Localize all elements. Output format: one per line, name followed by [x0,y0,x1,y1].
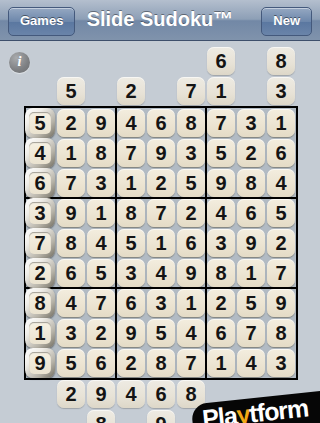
grid-tile-r8c9[interactable]: 8 [267,319,295,347]
tile-digit: 9 [34,352,45,375]
grid-tile-r4c5[interactable]: 7 [147,199,175,227]
grid-tile-r9c5[interactable]: 8 [147,349,175,377]
tile-digit: 6 [34,172,45,195]
grid-tile-r5c2[interactable]: 8 [57,229,85,257]
grid-tile-r9c4[interactable]: 2 [117,349,145,377]
overflow-tile-below-c3[interactable]: 9 [87,380,115,408]
grid-tile-r4c9[interactable]: 5 [267,199,295,227]
overflow-tile-below-c3[interactable]: 8 [87,410,115,423]
grid-tile-r6c9[interactable]: 7 [267,259,295,287]
overflow-tile-below-c5[interactable]: 9 [147,410,175,423]
tile-digit: 1 [34,322,45,345]
tile-digit: 8 [34,292,45,315]
grid-tile-r2c8[interactable]: 2 [237,139,265,167]
grid-tile-r5c9[interactable]: 2 [267,229,295,257]
app-screen: Games Slide Sudoku™ New i 52946873141879… [0,0,320,423]
grid-tile-r5c8[interactable]: 9 [237,229,265,257]
overflow-tile-above-c9[interactable]: 8 [267,47,295,75]
overflow-tile-above-c7[interactable]: 1 [207,77,235,105]
grid-tile-r4c6[interactable]: 2 [177,199,205,227]
grid-tile-r6c2[interactable]: 6 [57,259,85,287]
overflow-tile-above-c2[interactable]: 5 [57,77,85,105]
grid-tile-r6c3[interactable]: 5 [87,259,115,287]
grid-tile-r6c8[interactable]: 1 [237,259,265,287]
grid-tile-r4c3[interactable]: 1 [87,199,115,227]
overflow-tile-above-c9[interactable]: 3 [267,77,295,105]
grid-tile-r1c7[interactable]: 7 [207,109,235,137]
grid-tile-r5c6[interactable]: 6 [177,229,205,257]
grid-tile-r3c5[interactable]: 2 [147,169,175,197]
board: 5294687314187935266731259843918724657845… [0,0,320,423]
watermark-text-pre: Pla [201,401,238,423]
grid-tile-r9c3[interactable]: 6 [87,349,115,377]
grid-tile-r1c6[interactable]: 8 [177,109,205,137]
grid-tile-r7c2[interactable]: 4 [57,289,85,317]
grid-tile-r2c3[interactable]: 8 [87,139,115,167]
overflow-tile-above-c7[interactable]: 6 [207,47,235,75]
grid-tile-r8c7[interactable]: 6 [207,319,235,347]
grid-tile-r9c7[interactable]: 1 [207,349,235,377]
grid-tile-r2c9[interactable]: 6 [267,139,295,167]
grid-tile-r3c3[interactable]: 3 [87,169,115,197]
grid-tile-r1c9[interactable]: 1 [267,109,295,137]
grid-tile-r3c7[interactable]: 9 [207,169,235,197]
box-divider-vertical-1 [115,106,117,380]
tile-digit: 3 [34,202,45,225]
grid-tile-r9c9[interactable]: 3 [267,349,295,377]
grid-tile-r3c9[interactable]: 4 [267,169,295,197]
fixed-tile-r6[interactable]: 2 [25,258,55,288]
grid-tile-r9c2[interactable]: 5 [57,349,85,377]
grid-tile-r1c5[interactable]: 6 [147,109,175,137]
grid-tile-r6c6[interactable]: 9 [177,259,205,287]
grid-tile-r4c8[interactable]: 6 [237,199,265,227]
grid-tile-r2c2[interactable]: 1 [57,139,85,167]
fixed-tile-r8[interactable]: 1 [25,318,55,348]
grid-tile-r3c6[interactable]: 5 [177,169,205,197]
fixed-tile-r1[interactable]: 5 [25,108,55,138]
grid-tile-r6c5[interactable]: 4 [147,259,175,287]
box-divider-horizontal-1 [24,197,298,199]
grid-tile-r2c7[interactable]: 5 [207,139,235,167]
grid-tile-r4c7[interactable]: 4 [207,199,235,227]
overflow-tile-below-c5[interactable]: 6 [147,380,175,408]
grid-tile-r7c9[interactable]: 9 [267,289,295,317]
grid-tile-r1c4[interactable]: 4 [117,109,145,137]
overflow-tile-above-c6[interactable]: 7 [177,77,205,105]
grid-tile-r7c7[interactable]: 2 [207,289,235,317]
overflow-tile-below-c2[interactable]: 2 [57,380,85,408]
fixed-tile-r3[interactable]: 6 [25,168,55,198]
tile-digit: 7 [34,232,45,255]
grid-tile-r1c2[interactable]: 2 [57,109,85,137]
grid-tile-r6c4[interactable]: 3 [117,259,145,287]
grid-tile-r5c7[interactable]: 3 [207,229,235,257]
fixed-tile-r2[interactable]: 4 [25,138,55,168]
fixed-tile-r5[interactable]: 7 [25,228,55,258]
grid-tile-r7c3[interactable]: 7 [87,289,115,317]
grid-tile-r8c8[interactable]: 7 [237,319,265,347]
grid-tile-r5c5[interactable]: 1 [147,229,175,257]
grid-tile-r4c4[interactable]: 8 [117,199,145,227]
grid-tile-r5c4[interactable]: 5 [117,229,145,257]
fixed-tile-r4[interactable]: 3 [25,198,55,228]
fixed-tile-r9[interactable]: 9 [25,348,55,378]
box-divider-vertical-2 [205,106,207,380]
tile-digit: 4 [34,142,45,165]
grid-tile-r3c8[interactable]: 8 [237,169,265,197]
watermark-text-post: tform [248,393,309,423]
grid-tile-r5c3[interactable]: 4 [87,229,115,257]
grid-tile-r8c2[interactable]: 3 [57,319,85,347]
grid-tile-r8c6[interactable]: 4 [177,319,205,347]
grid-tile-r7c6[interactable]: 1 [177,289,205,317]
grid-tile-r8c4[interactable]: 9 [117,319,145,347]
grid-tile-r2c4[interactable]: 7 [117,139,145,167]
grid-tile-r8c3[interactable]: 2 [87,319,115,347]
overflow-tile-above-c4[interactable]: 2 [117,77,145,105]
grid-tile-r1c8[interactable]: 3 [237,109,265,137]
overflow-tile-below-c4[interactable]: 4 [117,380,145,408]
grid-tile-r7c4[interactable]: 6 [117,289,145,317]
grid-tile-r3c4[interactable]: 1 [117,169,145,197]
grid-tile-r8c5[interactable]: 5 [147,319,175,347]
grid-tile-r1c3[interactable]: 9 [87,109,115,137]
grid-tile-r2c5[interactable]: 9 [147,139,175,167]
tile-digit: 2 [34,262,45,285]
grid-tile-r9c8[interactable]: 4 [237,349,265,377]
grid-tile-r7c5[interactable]: 3 [147,289,175,317]
grid-tile-r2c6[interactable]: 3 [177,139,205,167]
grid-tile-r3c2[interactable]: 7 [57,169,85,197]
grid-tile-r9c6[interactable]: 7 [177,349,205,377]
fixed-tile-r7[interactable]: 8 [25,288,55,318]
grid-tile-r6c7[interactable]: 8 [207,259,235,287]
grid-tile-r4c2[interactable]: 9 [57,199,85,227]
grid-tile-r7c8[interactable]: 5 [237,289,265,317]
box-divider-horizontal-2 [24,287,298,289]
tile-digit: 5 [34,112,45,135]
